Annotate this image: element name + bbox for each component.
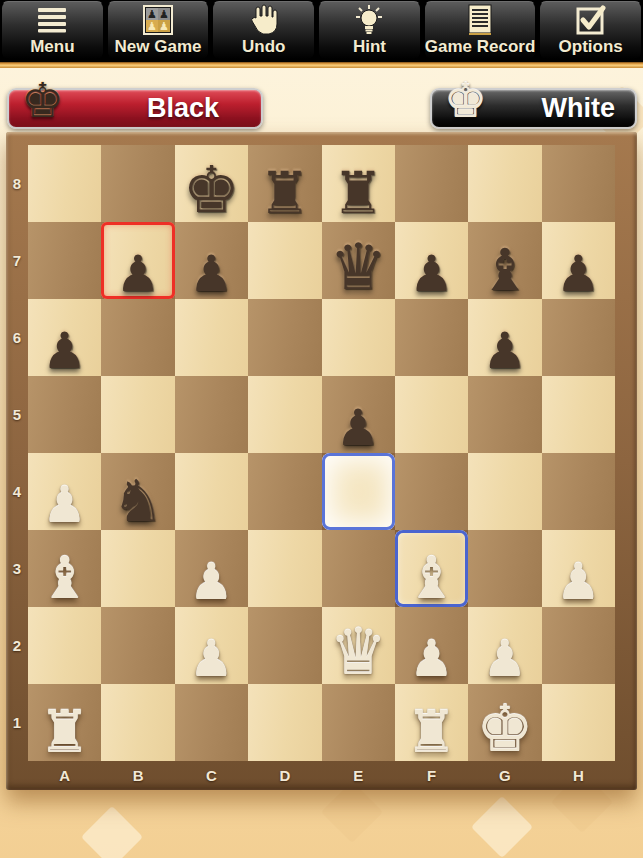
rank-label-2: 2 <box>6 607 28 684</box>
file-label-H: H <box>542 761 615 790</box>
square-e2[interactable]: ♛ <box>322 607 395 684</box>
black-pawn-b7[interactable]: ♟ <box>116 249 161 299</box>
black-player-label: Black <box>147 93 261 124</box>
chess-board: 8♚♜♜7♟♟♛♟♝♟6♟♟5♟4♟♞3♝♟♝♟2♟♛♟♟1♜♜♚ABCDEFG… <box>6 132 637 790</box>
square-e5[interactable]: ♟ <box>322 376 395 453</box>
black-pawn-g6[interactable]: ♟ <box>483 326 528 376</box>
square-a4[interactable]: ♟ <box>28 453 101 530</box>
square-a3[interactable]: ♝ <box>28 530 101 607</box>
black-pawn-h7[interactable]: ♟ <box>556 249 601 299</box>
square-b5[interactable] <box>101 376 174 453</box>
square-d4[interactable] <box>248 453 321 530</box>
square-c8[interactable]: ♚ <box>175 145 248 222</box>
square-c3[interactable]: ♟ <box>175 530 248 607</box>
white-pawn-c2[interactable]: ♟ <box>189 634 234 684</box>
rank-label-1: 1 <box>6 684 28 761</box>
toolbar: Menu ♟ ♟ ♟ ♟ New Game <box>0 0 643 62</box>
black-pawn-c7[interactable]: ♟ <box>189 249 234 299</box>
square-g6[interactable]: ♟ <box>468 299 541 376</box>
file-label-D: D <box>248 761 321 790</box>
square-f6[interactable] <box>395 299 468 376</box>
square-f2[interactable]: ♟ <box>395 607 468 684</box>
white-pawn-h3[interactable]: ♟ <box>556 557 601 607</box>
white-rook-a1[interactable]: ♜ <box>39 703 91 761</box>
black-knight-b4[interactable]: ♞ <box>112 472 164 530</box>
white-pawn-f2[interactable]: ♟ <box>409 634 454 684</box>
background-diamond <box>81 806 143 858</box>
rank-label-8: 8 <box>6 145 28 222</box>
square-b3[interactable] <box>101 530 174 607</box>
square-b2[interactable] <box>101 607 174 684</box>
black-rook-e8[interactable]: ♜ <box>332 164 384 222</box>
square-h7[interactable]: ♟ <box>542 222 615 299</box>
square-c1[interactable] <box>175 684 248 761</box>
square-e7[interactable]: ♛ <box>322 222 395 299</box>
white-player-banner: ♚ White <box>430 88 637 129</box>
square-f1[interactable]: ♜ <box>395 684 468 761</box>
square-a2[interactable] <box>28 607 101 684</box>
square-g5[interactable] <box>468 376 541 453</box>
square-f3[interactable]: ♝ <box>395 530 468 607</box>
square-c5[interactable] <box>175 376 248 453</box>
background-diamond <box>321 781 383 843</box>
square-c2[interactable]: ♟ <box>175 607 248 684</box>
square-f5[interactable] <box>395 376 468 453</box>
square-g8[interactable] <box>468 145 541 222</box>
black-queen-e7[interactable]: ♛ <box>330 235 387 299</box>
file-label-C: C <box>175 761 248 790</box>
square-e4[interactable] <box>322 453 395 530</box>
white-rook-f1[interactable]: ♜ <box>406 703 458 761</box>
square-g4[interactable] <box>468 453 541 530</box>
white-pawn-a4[interactable]: ♟ <box>42 480 87 530</box>
svg-text:♟: ♟ <box>147 20 157 33</box>
square-h2[interactable] <box>542 607 615 684</box>
menu-button-label: Menu <box>30 37 74 57</box>
square-f8[interactable] <box>395 145 468 222</box>
hint-button-label: Hint <box>353 37 386 57</box>
square-d2[interactable] <box>248 607 321 684</box>
square-c7[interactable]: ♟ <box>175 222 248 299</box>
square-b6[interactable] <box>101 299 174 376</box>
square-d5[interactable] <box>248 376 321 453</box>
square-e6[interactable] <box>322 299 395 376</box>
rank-label-3: 3 <box>6 530 28 607</box>
options-button[interactable]: Options <box>539 1 642 60</box>
square-g2[interactable]: ♟ <box>468 607 541 684</box>
white-pawn-c3[interactable]: ♟ <box>189 557 234 607</box>
square-f4[interactable] <box>395 453 468 530</box>
square-b7[interactable]: ♟ <box>101 222 174 299</box>
rank-label-5: 5 <box>6 376 28 453</box>
square-c6[interactable] <box>175 299 248 376</box>
square-e8[interactable]: ♜ <box>322 145 395 222</box>
square-f7[interactable]: ♟ <box>395 222 468 299</box>
black-bishop-g7[interactable]: ♝ <box>479 241 531 299</box>
new-game-button[interactable]: ♟ ♟ ♟ ♟ New Game <box>107 1 210 60</box>
white-king-g1[interactable]: ♚ <box>476 697 533 761</box>
square-g7[interactable]: ♝ <box>468 222 541 299</box>
square-a1[interactable]: ♜ <box>28 684 101 761</box>
svg-text:♟: ♟ <box>159 20 169 33</box>
white-player-label: White <box>542 93 636 124</box>
white-king-icon: ♚ <box>444 76 487 124</box>
undo-button-label: Undo <box>242 37 285 57</box>
square-a6[interactable]: ♟ <box>28 299 101 376</box>
rank-label-7: 7 <box>6 222 28 299</box>
square-h4[interactable] <box>542 453 615 530</box>
square-d1[interactable] <box>248 684 321 761</box>
black-player-banner: ♚ Black <box>7 88 263 129</box>
file-label-B: B <box>101 761 174 790</box>
white-queen-e2[interactable]: ♛ <box>330 620 387 684</box>
black-pawn-a6[interactable]: ♟ <box>42 326 87 376</box>
hand-icon <box>249 2 279 37</box>
square-a7[interactable] <box>28 222 101 299</box>
square-d7[interactable] <box>248 222 321 299</box>
white-bishop-a3[interactable]: ♝ <box>39 549 91 607</box>
background-diamond <box>471 796 533 858</box>
square-e1[interactable] <box>322 684 395 761</box>
white-pawn-g2[interactable]: ♟ <box>483 634 528 684</box>
new-game-button-label: New Game <box>115 37 202 57</box>
game-record-button-label: Game Record <box>425 37 536 57</box>
square-d3[interactable] <box>248 530 321 607</box>
file-label-E: E <box>322 761 395 790</box>
square-d6[interactable] <box>248 299 321 376</box>
square-b8[interactable] <box>101 145 174 222</box>
square-c4[interactable] <box>175 453 248 530</box>
rank-label-4: 4 <box>6 453 28 530</box>
chess-app-screen: Menu ♟ ♟ ♟ ♟ New Game <box>0 0 643 858</box>
square-e3[interactable] <box>322 530 395 607</box>
checkbox-icon <box>575 2 607 37</box>
hamburger-icon <box>35 2 69 37</box>
game-record-button[interactable]: Game Record <box>424 1 537 60</box>
square-d8[interactable]: ♜ <box>248 145 321 222</box>
square-h1[interactable] <box>542 684 615 761</box>
hint-button[interactable]: Hint <box>318 1 421 60</box>
square-g1[interactable]: ♚ <box>468 684 541 761</box>
black-king-c8[interactable]: ♚ <box>183 158 240 222</box>
menu-button[interactable]: Menu <box>1 1 104 60</box>
lightbulb-icon <box>351 2 387 37</box>
square-h6[interactable] <box>542 299 615 376</box>
toolbar-gold-strip <box>0 62 643 68</box>
rank-label-6: 6 <box>6 299 28 376</box>
options-button-label: Options <box>559 37 623 57</box>
square-h8[interactable] <box>542 145 615 222</box>
white-bishop-f3[interactable]: ♝ <box>406 549 458 607</box>
square-g3[interactable] <box>468 530 541 607</box>
square-b4[interactable]: ♞ <box>101 453 174 530</box>
mini-board-icon: ♟ ♟ ♟ ♟ <box>142 2 174 37</box>
square-h5[interactable] <box>542 376 615 453</box>
black-rook-d8[interactable]: ♜ <box>259 164 311 222</box>
black-king-icon: ♚ <box>21 76 64 124</box>
undo-button[interactable]: Undo <box>212 1 315 60</box>
square-h3[interactable]: ♟ <box>542 530 615 607</box>
document-icon <box>466 2 494 37</box>
square-b1[interactable] <box>101 684 174 761</box>
square-a8[interactable] <box>28 145 101 222</box>
square-a5[interactable] <box>28 376 101 453</box>
black-pawn-f7[interactable]: ♟ <box>409 249 454 299</box>
black-pawn-e5[interactable]: ♟ <box>336 403 381 453</box>
